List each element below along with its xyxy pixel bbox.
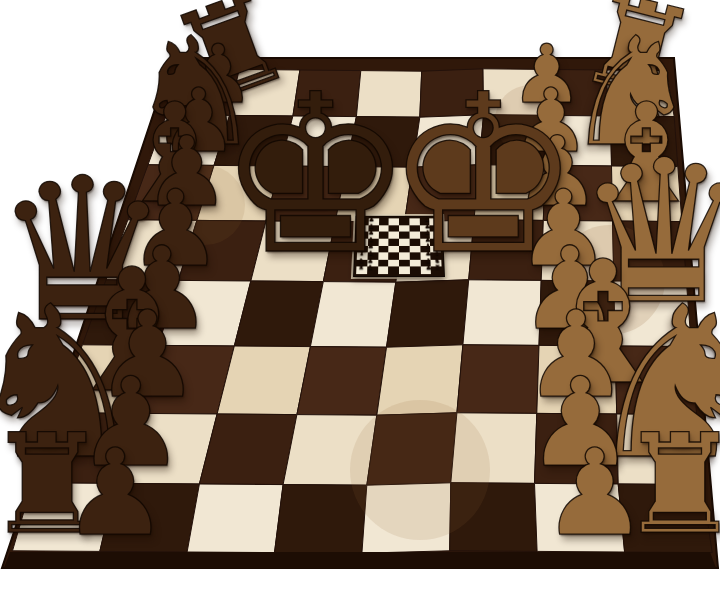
square-c1[interactable] bbox=[187, 484, 283, 553]
square-c2[interactable] bbox=[199, 414, 297, 485]
piece-black-pawn-b1[interactable]: ♟ bbox=[62, 433, 169, 552]
square-d1[interactable] bbox=[275, 485, 367, 554]
paper-stain-3 bbox=[350, 400, 490, 540]
square-d3[interactable] bbox=[297, 347, 387, 416]
piece-white-pawn-g1[interactable]: ♟ bbox=[541, 433, 648, 552]
chess-artwork-canvas: ♜ ♞ ♝ ♛ ♚ ♝ ♞ ♜♟ ♟ ♟ ♟ ♟ ♟ ♟ ♟♟ ♟ ♟ ♟ ♟ … bbox=[0, 0, 720, 603]
